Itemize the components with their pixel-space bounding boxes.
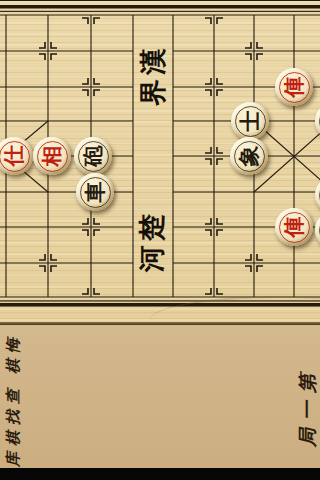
rotated-char: 找 [3, 410, 24, 425]
xiangqi-board[interactable]: 漢界 楚河 仕相砲車俥俥士象 [0, 0, 320, 322]
rotated-char: 河 [137, 245, 168, 272]
piece-black-advisor[interactable]: 士 [231, 102, 269, 140]
piece-black-elephant[interactable]: 象 [230, 137, 268, 175]
piece-glyph: 仕 [0, 137, 33, 175]
piece-red-elephant[interactable]: 相 [33, 137, 71, 175]
piece-black-chariot[interactable]: 車 [76, 173, 114, 211]
rotated-char: 第 [294, 374, 320, 393]
piece-glyph: 俥 [275, 68, 313, 106]
river-label-hanjie: 漢界 [136, 46, 170, 108]
piece-glyph [315, 176, 320, 214]
round-number-label: 第一局 [294, 370, 320, 451]
bottom-panel: 悔棋 查找棋库 第一局 [0, 325, 320, 468]
piece-red-chariot[interactable]: 俥 [275, 208, 313, 246]
piece-black-cannon[interactable]: 砲 [74, 137, 112, 175]
bottom-bar [0, 468, 320, 480]
rotated-char: 楚 [137, 214, 168, 241]
piece-glyph: 俥 [275, 208, 313, 246]
rotated-char: 漢 [138, 48, 169, 75]
piece-red-chariot[interactable]: 俥 [275, 68, 313, 106]
rotated-char: 悔 [3, 338, 24, 353]
rotated-char: 查 [3, 389, 24, 404]
piece-glyph: 砲 [74, 137, 112, 175]
piece-red-advisor[interactable]: 仕 [0, 137, 33, 175]
app-screen: 漢界 楚河 仕相砲車俥俥士象 悔棋 查找棋库 第一局 [0, 0, 320, 480]
rotated-char: 界 [138, 79, 169, 106]
rotated-char: 库 [3, 452, 24, 467]
piece-black-unknown[interactable] [315, 211, 320, 249]
piece-glyph: 相 [33, 137, 71, 175]
rotated-char: 棋 [3, 431, 24, 446]
river-label-chuhe: 楚河 [135, 212, 169, 274]
rotated-char: 棋 [3, 359, 24, 374]
piece-glyph: 士 [231, 102, 269, 140]
piece-black-unknown[interactable] [315, 102, 320, 140]
search-library-button[interactable]: 查找棋库 [2, 386, 24, 470]
piece-glyph: 象 [230, 137, 268, 175]
piece-glyph [315, 102, 320, 140]
rotated-char: 局 [294, 428, 320, 447]
undo-button[interactable]: 悔棋 [2, 335, 24, 377]
rotated-char: 一 [294, 401, 320, 420]
piece-glyph: 車 [76, 173, 114, 211]
piece-glyph [315, 211, 320, 249]
piece-black-unknown[interactable] [315, 176, 320, 214]
